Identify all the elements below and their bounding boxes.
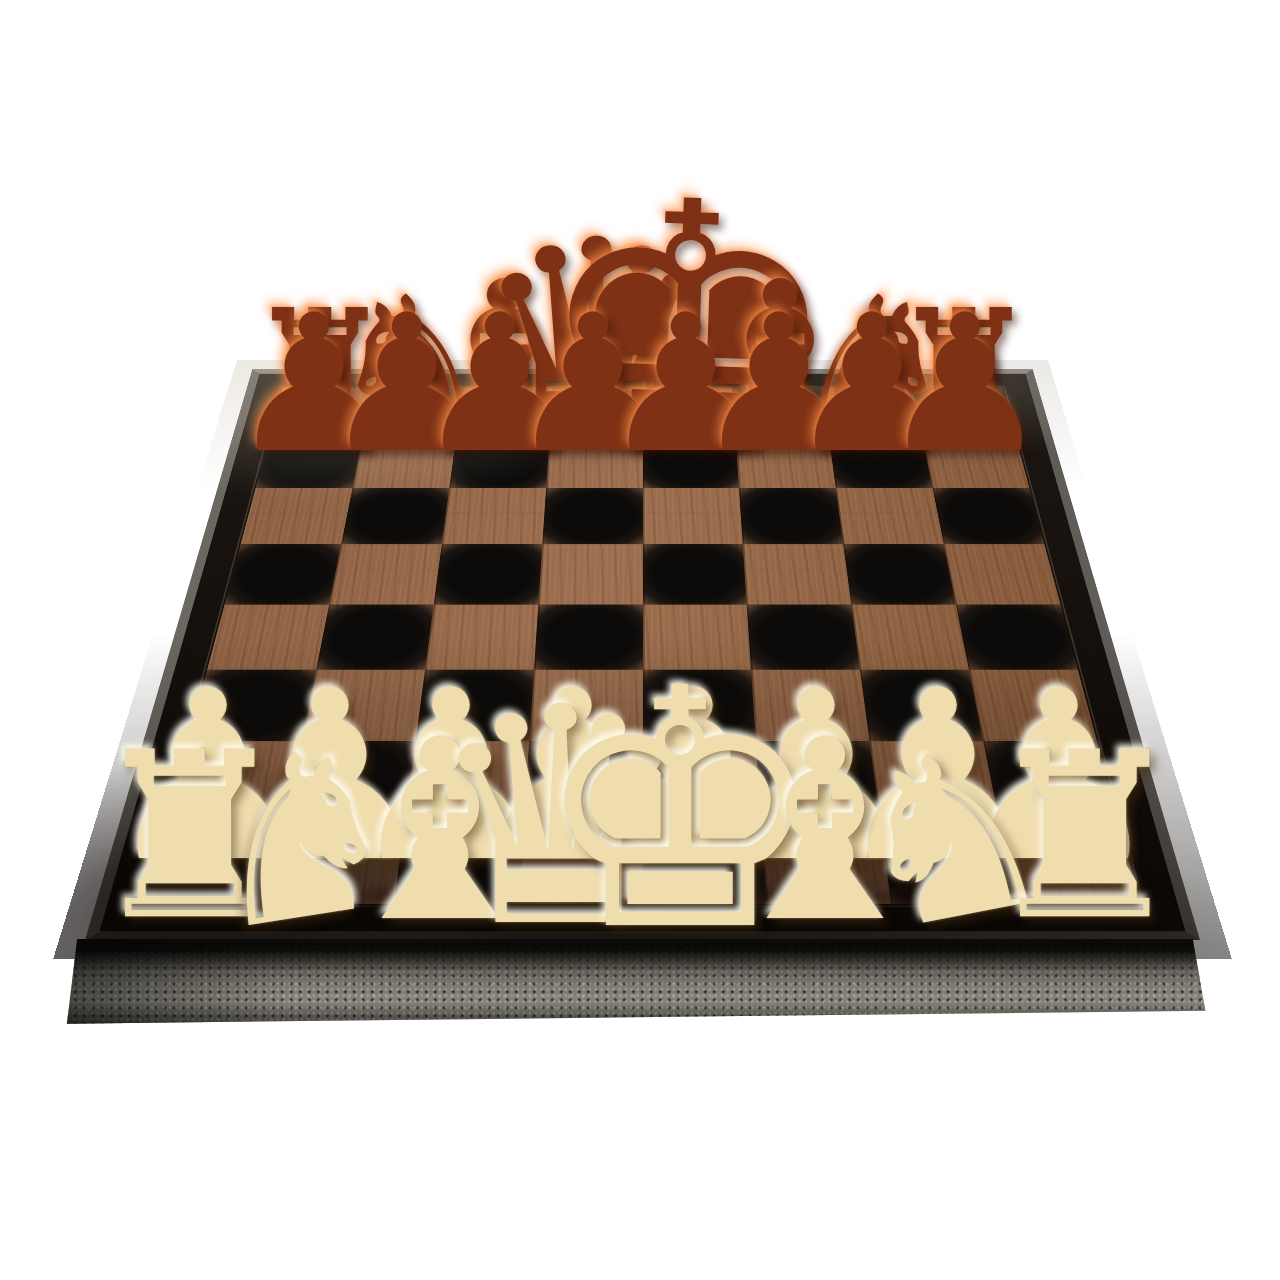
- square-c2: [405, 741, 529, 819]
- square-c5: [434, 544, 543, 604]
- square-b6: [341, 488, 449, 544]
- square-g2: [870, 741, 999, 819]
- square-b4: [316, 604, 434, 670]
- square-a5: [225, 544, 342, 604]
- square-d5: [538, 544, 642, 604]
- square-b8: [363, 387, 463, 435]
- square-d7: [546, 436, 643, 488]
- square-g1: [880, 819, 1016, 904]
- square-e1: [643, 819, 767, 904]
- square-f5: [743, 544, 852, 604]
- square-c8: [456, 387, 552, 435]
- square-c6: [442, 488, 546, 544]
- square-d4: [534, 604, 643, 670]
- square-c7: [449, 436, 549, 488]
- square-a1: [145, 819, 287, 904]
- square-f2: [756, 741, 880, 819]
- square-a4: [207, 604, 329, 670]
- square-g7: [829, 436, 933, 488]
- square-g8: [823, 387, 923, 435]
- square-b1: [269, 819, 405, 904]
- square-c4: [425, 604, 538, 670]
- square-h5: [944, 544, 1061, 604]
- square-d2: [524, 741, 643, 819]
- square-b2: [286, 741, 415, 819]
- square-d6: [542, 488, 642, 544]
- square-g4: [851, 604, 969, 670]
- square-f6: [739, 488, 843, 544]
- square-a6: [241, 488, 353, 544]
- square-f8: [733, 387, 829, 435]
- square-a7: [256, 436, 363, 488]
- square-e8: [643, 387, 736, 435]
- square-h1: [999, 819, 1141, 904]
- square-h2: [983, 741, 1117, 819]
- square-f1: [761, 819, 891, 904]
- square-a2: [167, 741, 301, 819]
- square-d3: [529, 670, 643, 741]
- square-g6: [836, 488, 944, 544]
- photo-canvas: ♜♞♝♛♚♝♞♜♟♟♟♟♟♟♟♟♟♟♟♟♟♟♟♟♜♞♝♛♚♝♞♜: [0, 0, 1280, 1280]
- chessboard-grid: [145, 387, 1141, 904]
- square-h3: [969, 670, 1097, 741]
- square-e5: [643, 544, 747, 604]
- square-d1: [518, 819, 642, 904]
- chess-set-photo: ♜♞♝♛♚♝♞♜♟♟♟♟♟♟♟♟♟♟♟♟♟♟♟♟♜♞♝♛♚♝♞♜: [0, 0, 1280, 1280]
- square-b5: [329, 544, 442, 604]
- square-g3: [860, 670, 983, 741]
- square-f4: [747, 604, 860, 670]
- square-b7: [352, 436, 456, 488]
- square-g5: [843, 544, 956, 604]
- square-e6: [643, 488, 743, 544]
- square-f3: [751, 670, 869, 741]
- square-e2: [643, 741, 762, 819]
- board-stone-edge: [60, 939, 1210, 1031]
- square-h7: [922, 436, 1029, 488]
- square-e7: [643, 436, 740, 488]
- square-d8: [549, 387, 642, 435]
- square-e4: [643, 604, 752, 670]
- square-h4: [956, 604, 1078, 670]
- square-f7: [736, 436, 836, 488]
- square-c1: [394, 819, 524, 904]
- square-a8: [270, 387, 373, 435]
- square-a3: [188, 670, 316, 741]
- square-h6: [933, 488, 1045, 544]
- square-c3: [415, 670, 533, 741]
- square-h8: [913, 387, 1016, 435]
- square-e3: [643, 670, 757, 741]
- square-b3: [302, 670, 425, 741]
- board-slab-top: [85, 369, 1200, 940]
